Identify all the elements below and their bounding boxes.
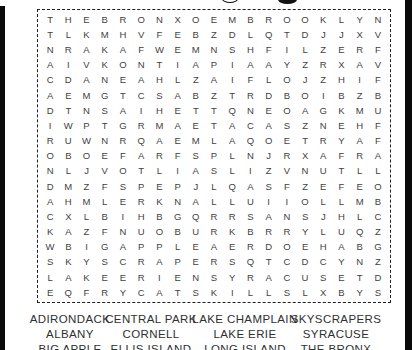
grid-cell-r12c10: L <box>205 179 223 194</box>
grid-cell-r18c6: R <box>132 270 150 285</box>
grid-cell-r2c3: K <box>77 27 95 42</box>
grid-cell-r3c2: R <box>59 42 77 57</box>
grid-cell-r17c2: K <box>59 255 77 270</box>
grid-cell-r2c17: J <box>332 27 350 42</box>
grid-cell-r4c15: Z <box>296 57 314 72</box>
grid-cell-r15c1: K <box>41 224 59 239</box>
grid-cell-r16c7: P <box>150 239 168 254</box>
grid-cell-r10c19: A <box>369 148 387 163</box>
grid-cell-r9c17: Y <box>332 133 350 148</box>
grid-cell-r5c6: A <box>132 73 150 88</box>
grid-cell-r14c5: I <box>114 209 132 224</box>
grid-cell-r3c7: W <box>150 42 168 57</box>
grid-cell-r5c7: H <box>150 73 168 88</box>
grid-cell-r6c19: B <box>369 88 387 103</box>
grid-cell-r14c9: Q <box>187 209 205 224</box>
grid-cell-r7c2: T <box>59 103 77 118</box>
cropped-title-descender-thin <box>222 0 238 3</box>
grid-cell-r4c14: Y <box>278 57 296 72</box>
grid-cell-r4c11: I <box>223 57 241 72</box>
grid-cell-r13c9: A <box>187 194 205 209</box>
grid-cell-r9c14: E <box>278 133 296 148</box>
grid-cell-r14c6: H <box>132 209 150 224</box>
grid-cell-r11c14: V <box>278 164 296 179</box>
word-list-column-4: SKYSCRAPERSSYRACUSETHE BRONX <box>269 312 403 350</box>
grid-cell-r4c16: R <box>314 57 332 72</box>
grid-cell-r13c1: A <box>41 194 59 209</box>
grid-cell-r15c9: U <box>187 224 205 239</box>
grid-cell-r2c15: D <box>296 27 314 42</box>
grid-cell-r11c4: V <box>96 164 114 179</box>
grid-cell-r16c15: E <box>296 239 314 254</box>
grid-cell-r15c18: Q <box>351 224 369 239</box>
grid-cell-r19c14: S <box>278 285 296 300</box>
grid-cell-r18c13: A <box>260 270 278 285</box>
grid-cell-r5c3: A <box>77 73 95 88</box>
grid-cell-r10c18: R <box>351 148 369 163</box>
grid-cell-r16c14: O <box>278 239 296 254</box>
grid-cell-r10c7: R <box>150 148 168 163</box>
grid-cell-r1c13: R <box>260 12 278 27</box>
grid-cell-r16c2: B <box>59 239 77 254</box>
grid-cell-r17c16: C <box>314 255 332 270</box>
grid-cell-r19c1: E <box>41 285 59 300</box>
grid-cell-r6c12: R <box>241 88 259 103</box>
grid-cell-r18c12: R <box>241 270 259 285</box>
grid-cell-r2c14: T <box>278 27 296 42</box>
grid-cell-r8c13: A <box>260 118 278 133</box>
grid-cell-r17c4: S <box>96 255 114 270</box>
grid-cell-r13c11: L <box>223 194 241 209</box>
grid-cell-r11c9: A <box>187 164 205 179</box>
grid-cell-r13c13: I <box>260 194 278 209</box>
grid-cell-r8c5: G <box>114 118 132 133</box>
grid-cell-r15c16: L <box>314 224 332 239</box>
grid-cell-r5c1: C <box>41 73 59 88</box>
grid-cell-r5c19: F <box>369 73 387 88</box>
grid-cell-r9c4: N <box>96 133 114 148</box>
grid-cell-r14c1: C <box>41 209 59 224</box>
grid-cell-r1c15: O <box>296 12 314 27</box>
grid-cell-r17c18: N <box>351 255 369 270</box>
grid-cell-r1c8: X <box>168 12 186 27</box>
grid-cell-r6c14: B <box>278 88 296 103</box>
cropped-title-descender-bold <box>278 0 297 4</box>
grid-cell-r2c11: D <box>223 27 241 42</box>
grid-cell-r5c11: I <box>223 73 241 88</box>
grid-cell-r5c17: H <box>332 73 350 88</box>
grid-cell-r17c13: T <box>260 255 278 270</box>
grid-cell-r1c14: O <box>278 12 296 27</box>
grid-cell-r2c6: V <box>132 27 150 42</box>
grid-cell-r18c19: D <box>369 270 387 285</box>
grid-cell-r14c19: C <box>369 209 387 224</box>
grid-cell-r18c8: E <box>168 270 186 285</box>
grid-cell-r2c13: Q <box>260 27 278 42</box>
grid-cell-r15c12: B <box>241 224 259 239</box>
grid-cell-r9c9: M <box>187 133 205 148</box>
grid-cell-r5c13: L <box>260 73 278 88</box>
grid-cell-r8c3: P <box>77 118 95 133</box>
grid-cell-r5c18: I <box>351 73 369 88</box>
grid-cell-r18c10: S <box>205 270 223 285</box>
grid-cell-r9c16: R <box>314 133 332 148</box>
grid-cell-r5c16: Z <box>314 73 332 88</box>
grid-cell-r3c10: N <box>205 42 223 57</box>
grid-cell-r18c17: E <box>332 270 350 285</box>
grid-cell-r19c15: L <box>296 285 314 300</box>
grid-cell-r18c5: E <box>114 270 132 285</box>
grid-cell-r14c11: R <box>223 209 241 224</box>
grid-cell-r7c15: A <box>296 103 314 118</box>
grid-cell-r11c6: T <box>132 164 150 179</box>
grid-cell-r9c11: A <box>223 133 241 148</box>
grid-cell-r9c13: O <box>260 133 278 148</box>
grid-cell-r8c18: H <box>351 118 369 133</box>
grid-cell-r11c11: L <box>223 164 241 179</box>
grid-cell-r14c2: X <box>59 209 77 224</box>
grid-cell-r6c11: T <box>223 88 241 103</box>
grid-cell-r13c12: U <box>241 194 259 209</box>
grid-cell-r10c8: F <box>168 148 186 163</box>
grid-cell-r10c1: O <box>41 148 59 163</box>
grid-cell-r7c19: U <box>369 103 387 118</box>
grid-cell-r17c6: R <box>132 255 150 270</box>
grid-cell-r14c16: J <box>314 209 332 224</box>
grid-cell-r11c13: Z <box>260 164 278 179</box>
grid-cell-r19c2: Q <box>59 285 77 300</box>
grid-cell-r16c11: E <box>223 239 241 254</box>
grid-cell-r13c4: L <box>96 194 114 209</box>
grid-cell-r10c10: P <box>205 148 223 163</box>
grid-cell-r14c13: A <box>260 209 278 224</box>
grid-cell-r1c7: N <box>150 12 168 27</box>
grid-cell-r12c3: Z <box>77 179 95 194</box>
grid-cell-r17c9: E <box>187 255 205 270</box>
grid-cell-r6c3: M <box>77 88 95 103</box>
grid-cell-r8c17: E <box>332 118 350 133</box>
grid-cell-r9c2: U <box>59 133 77 148</box>
word-list-item: SYRACUSE <box>269 327 403 342</box>
grid-cell-r13c16: L <box>314 194 332 209</box>
grid-cell-r10c2: B <box>59 148 77 163</box>
grid-cell-r8c4: T <box>96 118 114 133</box>
grid-cell-r11c17: T <box>332 164 350 179</box>
grid-cell-r15c5: N <box>114 224 132 239</box>
grid-cell-r11c12: I <box>241 164 259 179</box>
grid-cell-r10c9: S <box>187 148 205 163</box>
grid-cell-r1c10: E <box>205 12 223 27</box>
grid-cell-r8c14: S <box>278 118 296 133</box>
grid-cell-r10c3: O <box>77 148 95 163</box>
grid-cell-r5c14: O <box>278 73 296 88</box>
grid-cell-r3c3: A <box>77 42 95 57</box>
grid-cell-r9c3: W <box>77 133 95 148</box>
grid-cell-r11c7: L <box>150 164 168 179</box>
grid-cell-r2c2: L <box>59 27 77 42</box>
grid-cell-r7c5: A <box>114 103 132 118</box>
grid-cell-r14c4: B <box>96 209 114 224</box>
grid-cell-r1c18: Y <box>351 12 369 27</box>
grid-cell-r10c5: F <box>114 148 132 163</box>
grid-cell-r8c15: Z <box>296 118 314 133</box>
grid-cell-r11c2: L <box>59 164 77 179</box>
grid-cell-r3c19: F <box>369 42 387 57</box>
grid-cell-r9c18: A <box>351 133 369 148</box>
grid-cell-r8c2: W <box>59 118 77 133</box>
grid-cell-r2c19: V <box>369 27 387 42</box>
grid-cell-r9c12: Q <box>241 133 259 148</box>
grid-cell-r7c4: S <box>96 103 114 118</box>
grid-cell-r6c17: B <box>332 88 350 103</box>
grid-cell-r13c3: M <box>77 194 95 209</box>
grid-cell-r4c9: A <box>187 57 205 72</box>
grid-cell-r17c1: S <box>41 255 59 270</box>
grid-cell-r4c13: A <box>260 57 278 72</box>
grid-cell-r14c17: H <box>332 209 350 224</box>
grid-cell-r2c1: T <box>41 27 59 42</box>
grid-cell-r17c5: C <box>114 255 132 270</box>
grid-cell-r13c8: N <box>168 194 186 209</box>
grid-cell-r3c15: L <box>296 42 314 57</box>
grid-cell-r15c19: Z <box>369 224 387 239</box>
grid-cell-r8c12: C <box>241 118 259 133</box>
grid-cell-r11c3: J <box>77 164 95 179</box>
grid-cell-r17c15: D <box>296 255 314 270</box>
grid-cell-r11c18: L <box>351 164 369 179</box>
grid-cell-r7c14: O <box>278 103 296 118</box>
grid-cell-r3c12: H <box>241 42 259 57</box>
grid-cell-r6c15: O <box>296 88 314 103</box>
grid-cell-r6c18: Z <box>351 88 369 103</box>
word-list-item: SKYSCRAPERS <box>269 312 403 327</box>
grid-cell-r16c1: W <box>41 239 59 254</box>
grid-cell-r17c11: S <box>223 255 241 270</box>
grid-cell-r3c11: S <box>223 42 241 57</box>
grid-cell-r5c10: A <box>205 73 223 88</box>
grid-cell-r12c2: M <box>59 179 77 194</box>
grid-cell-r15c17: U <box>332 224 350 239</box>
grid-cell-r3c18: R <box>351 42 369 57</box>
grid-cell-r14c18: L <box>351 209 369 224</box>
grid-cell-r1c4: B <box>96 12 114 27</box>
grid-cell-r12c18: E <box>351 179 369 194</box>
grid-cell-r19c5: Y <box>114 285 132 300</box>
grid-cell-r13c18: M <box>351 194 369 209</box>
grid-cell-r3c14: I <box>278 42 296 57</box>
word-list-item: THE BRONX <box>269 342 403 350</box>
grid-cell-r1c9: O <box>187 12 205 27</box>
grid-cell-r6c2: E <box>59 88 77 103</box>
grid-cell-r11c5: O <box>114 164 132 179</box>
grid-cell-r7c10: T <box>205 103 223 118</box>
grid-cell-r17c14: C <box>278 255 296 270</box>
grid-cell-r8c19: F <box>369 118 387 133</box>
grid-cell-r14c15: S <box>296 209 314 224</box>
grid-cell-r17c19: Z <box>369 255 387 270</box>
grid-cell-r10c11: L <box>223 148 241 163</box>
grid-cell-r18c2: A <box>59 270 77 285</box>
grid-cell-r3c9: M <box>187 42 205 57</box>
grid-cell-r7c6: I <box>132 103 150 118</box>
grid-cell-r19c17: B <box>332 285 350 300</box>
grid-cell-r19c16: X <box>314 285 332 300</box>
cropped-frame-right-edge <box>405 0 412 350</box>
grid-cell-r12c13: S <box>260 179 278 194</box>
grid-cell-r15c11: K <box>223 224 241 239</box>
grid-cell-r5c15: J <box>296 73 314 88</box>
grid-cell-r6c10: Z <box>205 88 223 103</box>
grid-cell-r6c6: C <box>132 88 150 103</box>
grid-cell-r13c14: I <box>278 194 296 209</box>
grid-cell-r14c12: S <box>241 209 259 224</box>
grid-cell-r16c8: L <box>168 239 186 254</box>
grid-cell-r5c5: E <box>114 73 132 88</box>
grid-cell-r5c4: N <box>96 73 114 88</box>
grid-cell-r2c9: B <box>187 27 205 42</box>
grid-cell-r15c10: R <box>205 224 223 239</box>
grid-cell-r1c19: N <box>369 12 387 27</box>
grid-cell-r15c4: F <box>96 224 114 239</box>
grid-cell-r2c10: Z <box>205 27 223 42</box>
grid-cell-r7c7: H <box>150 103 168 118</box>
grid-cell-r7c13: E <box>260 103 278 118</box>
grid-cell-r4c5: O <box>114 57 132 72</box>
grid-cell-r12c17: F <box>332 179 350 194</box>
grid-cell-r12c1: D <box>41 179 59 194</box>
grid-cell-r19c4: R <box>96 285 114 300</box>
grid-cell-r15c7: O <box>150 224 168 239</box>
grid-cell-r9c6: Q <box>132 133 150 148</box>
grid-cell-r15c6: U <box>132 224 150 239</box>
grid-cell-r16c9: E <box>187 239 205 254</box>
grid-cell-r9c1: R <box>41 133 59 148</box>
grid-cell-r16c3: I <box>77 239 95 254</box>
grid-cell-r4c12: A <box>241 57 259 72</box>
grid-cell-r17c12: Q <box>241 255 259 270</box>
grid-cell-r6c13: D <box>260 88 278 103</box>
grid-cell-r18c1: L <box>41 270 59 285</box>
grid-cell-r18c4: E <box>96 270 114 285</box>
grid-cell-r9c8: E <box>168 133 186 148</box>
grid-cell-r4c1: A <box>41 57 59 72</box>
grid-cell-r6c9: B <box>187 88 205 103</box>
grid-cell-r1c12: B <box>241 12 259 27</box>
grid-cell-r8c1: I <box>41 118 59 133</box>
grid-cell-r12c7: E <box>150 179 168 194</box>
grid-cell-r17c10: R <box>205 255 223 270</box>
grid-cell-r7c3: N <box>77 103 95 118</box>
grid-cell-r18c3: K <box>77 270 95 285</box>
grid-cell-r13c10: L <box>205 194 223 209</box>
grid-cell-r19c11: I <box>223 285 241 300</box>
grid-cell-r16c10: A <box>205 239 223 254</box>
grid-cell-r1c5: R <box>114 12 132 27</box>
grid-cell-r3c1: N <box>41 42 59 57</box>
grid-cell-r18c14: C <box>278 270 296 285</box>
grid-cell-r2c7: F <box>150 27 168 42</box>
grid-cell-r19c8: T <box>168 285 186 300</box>
grid-cell-r17c3: Y <box>77 255 95 270</box>
grid-cell-r4c6: N <box>132 57 150 72</box>
grid-cell-r8c9: E <box>187 118 205 133</box>
grid-cell-r4c10: P <box>205 57 223 72</box>
grid-cell-r8c6: R <box>132 118 150 133</box>
grid-cell-r10c4: E <box>96 148 114 163</box>
grid-cell-r18c9: N <box>187 270 205 285</box>
grid-cell-r5c8: L <box>168 73 186 88</box>
grid-cell-r19c19: S <box>369 285 387 300</box>
grid-cell-r3c17: E <box>332 42 350 57</box>
grid-cell-r1c2: H <box>59 12 77 27</box>
grid-cell-r16c17: A <box>332 239 350 254</box>
grid-cell-r14c3: L <box>77 209 95 224</box>
grid-cell-r5c9: Z <box>187 73 205 88</box>
grid-cell-r10c6: A <box>132 148 150 163</box>
grid-cell-r17c8: P <box>168 255 186 270</box>
grid-cell-r9c15: T <box>296 133 314 148</box>
grid-cell-r10c16: A <box>314 148 332 163</box>
grid-cell-r12c9: J <box>187 179 205 194</box>
grid-cell-r15c2: A <box>59 224 77 239</box>
word-search-grid: THEBRONXOEMBROOKLYNTLKMHVFEBZDLQTDJJXVNR… <box>37 9 391 303</box>
grid-cell-r16c12: R <box>241 239 259 254</box>
grid-cell-r3c13: F <box>260 42 278 57</box>
grid-cell-r12c5: S <box>114 179 132 194</box>
grid-cell-r16c18: B <box>351 239 369 254</box>
grid-cell-r15c15: Y <box>296 224 314 239</box>
grid-cell-r19c9: S <box>187 285 205 300</box>
grid-cell-r9c7: A <box>150 133 168 148</box>
grid-cell-r18c7: I <box>150 270 168 285</box>
grid-cell-r7c17: K <box>332 103 350 118</box>
grid-cell-r12c15: Z <box>296 179 314 194</box>
grid-cell-r15c8: B <box>168 224 186 239</box>
grid-cell-r1c6: O <box>132 12 150 27</box>
grid-cell-r7c8: E <box>168 103 186 118</box>
grid-cell-r18c15: U <box>296 270 314 285</box>
grid-cell-r1c11: M <box>223 12 241 27</box>
grid-cell-r16c5: A <box>114 239 132 254</box>
grid-cell-r18c16: S <box>314 270 332 285</box>
grid-cell-r19c10: K <box>205 285 223 300</box>
grid-cell-r3c5: A <box>114 42 132 57</box>
grid-cell-r6c1: A <box>41 88 59 103</box>
grid-cell-r2c8: E <box>168 27 186 42</box>
grid-cell-r5c12: F <box>241 73 259 88</box>
grid-cell-r14c14: N <box>278 209 296 224</box>
grid-cell-r4c7: T <box>150 57 168 72</box>
grid-cell-r2c18: X <box>351 27 369 42</box>
grid-cell-r12c6: P <box>132 179 150 194</box>
grid-cell-r2c16: J <box>314 27 332 42</box>
grid-cell-r10c15: X <box>296 148 314 163</box>
grid-cell-r12c11: Q <box>223 179 241 194</box>
grid-cell-r15c14: R <box>278 224 296 239</box>
grid-cell-r16c6: P <box>132 239 150 254</box>
grid-cell-r8c16: N <box>314 118 332 133</box>
grid-cell-r19c3: F <box>77 285 95 300</box>
grid-cell-r16c16: H <box>314 239 332 254</box>
grid-cell-r6c7: S <box>150 88 168 103</box>
grid-cell-r4c4: K <box>96 57 114 72</box>
grid-cell-r1c1: T <box>41 12 59 27</box>
grid-cell-r12c16: E <box>314 179 332 194</box>
grid-cell-r6c8: A <box>168 88 186 103</box>
grid-cell-r9c5: R <box>114 133 132 148</box>
grid-cell-r15c3: Z <box>77 224 95 239</box>
grid-cell-r4c8: I <box>168 57 186 72</box>
